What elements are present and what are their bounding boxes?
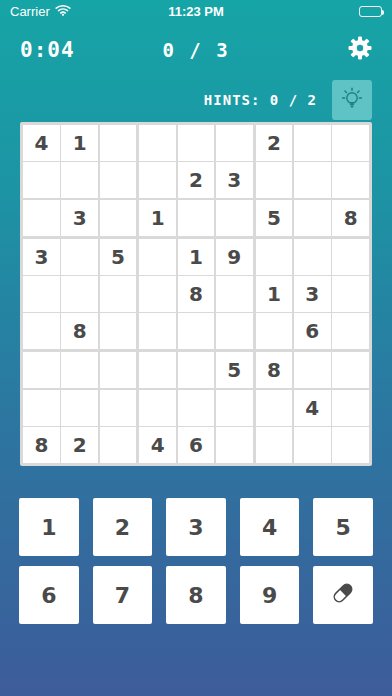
sudoku-cell-r9c4[interactable]: 4 — [139, 427, 176, 463]
sudoku-box-2: 231 — [139, 125, 252, 236]
sudoku-cell-r9c1[interactable]: 8 — [23, 427, 60, 463]
sudoku-cell-r3c5[interactable] — [178, 200, 215, 236]
sudoku-cell-r6c1[interactable] — [23, 313, 60, 349]
sudoku-cell-r2c2[interactable] — [61, 162, 98, 198]
sudoku-cell-r5c9[interactable] — [332, 276, 369, 312]
numpad-key-9[interactable]: 9 — [240, 566, 300, 624]
numpad-key-1[interactable]: 1 — [19, 498, 79, 556]
sudoku-cell-r4c7[interactable] — [256, 239, 293, 275]
sudoku-cell-r7c5[interactable] — [178, 352, 215, 388]
sudoku-cell-r4c5[interactable]: 1 — [178, 239, 215, 275]
eraser-icon — [330, 580, 356, 611]
sudoku-box-7: 82 — [23, 352, 136, 463]
sudoku-cell-r9c9[interactable] — [332, 427, 369, 463]
sudoku-cell-r8c2[interactable] — [61, 390, 98, 426]
sudoku-cell-r2c9[interactable] — [332, 162, 369, 198]
sudoku-cell-r6c7[interactable] — [256, 313, 293, 349]
sudoku-cell-r5c1[interactable] — [23, 276, 60, 312]
sudoku-cell-r8c7[interactable] — [256, 390, 293, 426]
sudoku-cell-r1c7[interactable]: 2 — [256, 125, 293, 161]
status-bar-left: Carrier — [10, 4, 130, 19]
carrier-label: Carrier — [10, 4, 50, 19]
sudoku-cell-r2c1[interactable] — [23, 162, 60, 198]
sudoku-cell-r8c1[interactable] — [23, 390, 60, 426]
sudoku-cell-r6c4[interactable] — [139, 313, 176, 349]
numpad: 1 2 3 4 5 6 7 8 9 — [19, 498, 373, 624]
sudoku-cell-r8c9[interactable] — [332, 390, 369, 426]
sudoku-cell-r4c9[interactable] — [332, 239, 369, 275]
numpad-key-6[interactable]: 6 — [19, 566, 79, 624]
sudoku-cell-r6c3[interactable] — [100, 313, 137, 349]
sudoku-cell-r7c6[interactable]: 5 — [216, 352, 253, 388]
mistakes-counter: 0 / 3 — [110, 39, 282, 61]
sudoku-cell-r5c3[interactable] — [100, 276, 137, 312]
battery-nub — [382, 10, 384, 15]
sudoku-box-1: 413 — [23, 125, 136, 236]
sudoku-cell-r1c3[interactable] — [100, 125, 137, 161]
sudoku-cell-r7c1[interactable] — [23, 352, 60, 388]
numpad-key-7[interactable]: 7 — [93, 566, 153, 624]
sudoku-cell-r3c8[interactable] — [294, 200, 331, 236]
sudoku-cell-r5c5[interactable]: 8 — [178, 276, 215, 312]
sudoku-board: 4132312583581981368254684 — [20, 122, 372, 466]
numpad-row-1: 1 2 3 4 5 — [19, 498, 373, 556]
sudoku-cell-r9c7[interactable] — [256, 427, 293, 463]
sudoku-cell-r6c6[interactable] — [216, 313, 253, 349]
sudoku-cell-r5c2[interactable] — [61, 276, 98, 312]
settings-gear-icon — [348, 36, 372, 64]
sudoku-cell-r4c2[interactable] — [61, 239, 98, 275]
settings-button[interactable] — [282, 36, 372, 64]
sudoku-cell-r6c2[interactable]: 8 — [61, 313, 98, 349]
sudoku-cell-r7c4[interactable] — [139, 352, 176, 388]
sudoku-cell-r4c1[interactable]: 3 — [23, 239, 60, 275]
sudoku-cell-r2c5[interactable]: 2 — [178, 162, 215, 198]
sudoku-cell-r9c5[interactable]: 6 — [178, 427, 215, 463]
sudoku-cell-r8c6[interactable] — [216, 390, 253, 426]
sudoku-cell-r1c2[interactable]: 1 — [61, 125, 98, 161]
sudoku-cell-r9c8[interactable] — [294, 427, 331, 463]
sudoku-cell-r8c8[interactable]: 4 — [294, 390, 331, 426]
numpad-key-8[interactable]: 8 — [166, 566, 226, 624]
sudoku-cell-r2c6[interactable]: 3 — [216, 162, 253, 198]
sudoku-cell-r2c3[interactable] — [100, 162, 137, 198]
sudoku-cell-r3c1[interactable] — [23, 200, 60, 236]
sudoku-cell-r3c4[interactable]: 1 — [139, 200, 176, 236]
sudoku-cell-r5c4[interactable] — [139, 276, 176, 312]
sudoku-cell-r6c5[interactable] — [178, 313, 215, 349]
sudoku-cell-r8c3[interactable] — [100, 390, 137, 426]
numpad-key-4[interactable]: 4 — [240, 498, 300, 556]
sudoku-box-8: 546 — [139, 352, 252, 463]
sudoku-box-9: 84 — [256, 352, 369, 463]
sudoku-cell-r4c8[interactable] — [294, 239, 331, 275]
hints-counter-label: HINTS: 0 / 2 — [204, 92, 317, 108]
numpad-key-3[interactable]: 3 — [166, 498, 226, 556]
sudoku-cell-r3c2[interactable]: 3 — [61, 200, 98, 236]
sudoku-cell-r7c7[interactable]: 8 — [256, 352, 293, 388]
sudoku-cell-r5c7[interactable]: 1 — [256, 276, 293, 312]
wifi-icon — [55, 4, 71, 19]
sudoku-cell-r7c2[interactable] — [61, 352, 98, 388]
sudoku-cell-r5c8[interactable]: 3 — [294, 276, 331, 312]
hint-lightbulb-icon — [338, 85, 366, 116]
sudoku-cell-r1c8[interactable] — [294, 125, 331, 161]
status-bar-clock: 11:23 PM — [130, 4, 262, 19]
status-bar: Carrier 11:23 PM — [0, 0, 392, 22]
sudoku-cell-r2c4[interactable] — [139, 162, 176, 198]
status-bar-right — [262, 6, 382, 17]
sudoku-cell-r1c4[interactable] — [139, 125, 176, 161]
game-header: 0:04 0 / 3 — [0, 36, 392, 64]
sudoku-box-3: 258 — [256, 125, 369, 236]
sudoku-cell-r2c8[interactable] — [294, 162, 331, 198]
sudoku-cell-r8c5[interactable] — [178, 390, 215, 426]
sudoku-box-5: 198 — [139, 239, 252, 350]
eraser-button[interactable] — [313, 566, 373, 624]
sudoku-box-6: 136 — [256, 239, 369, 350]
sudoku-cell-r9c2[interactable]: 2 — [61, 427, 98, 463]
sudoku-cell-r3c6[interactable] — [216, 200, 253, 236]
timer-display: 0:04 — [20, 38, 110, 62]
battery-icon — [359, 6, 382, 17]
sudoku-cell-r7c9[interactable] — [332, 352, 369, 388]
sudoku-cell-r4c6[interactable]: 9 — [216, 239, 253, 275]
sudoku-cell-r4c3[interactable]: 5 — [100, 239, 137, 275]
sudoku-cell-r3c3[interactable] — [100, 200, 137, 236]
sudoku-cell-r6c8[interactable]: 6 — [294, 313, 331, 349]
sudoku-cell-r1c5[interactable] — [178, 125, 215, 161]
sudoku-cell-r7c8[interactable] — [294, 352, 331, 388]
sudoku-cell-r3c7[interactable]: 5 — [256, 200, 293, 236]
sudoku-cell-r1c1[interactable]: 4 — [23, 125, 60, 161]
numpad-key-2[interactable]: 2 — [93, 498, 153, 556]
sudoku-cell-r1c6[interactable] — [216, 125, 253, 161]
sudoku-cell-r2c7[interactable] — [256, 162, 293, 198]
sudoku-app-screen: Carrier 11:23 PM 0:04 0 / 3 — [0, 0, 392, 696]
sudoku-cell-r1c9[interactable] — [332, 125, 369, 161]
sudoku-cell-r6c9[interactable] — [332, 313, 369, 349]
sudoku-cell-r8c4[interactable] — [139, 390, 176, 426]
hint-button[interactable] — [332, 80, 372, 120]
sudoku-cell-r7c3[interactable] — [100, 352, 137, 388]
sudoku-box-4: 358 — [23, 239, 136, 350]
numpad-row-2: 6 7 8 9 — [19, 566, 373, 624]
hints-row: HINTS: 0 / 2 — [20, 80, 372, 120]
sudoku-cell-r5c6[interactable] — [216, 276, 253, 312]
sudoku-cell-r9c6[interactable] — [216, 427, 253, 463]
numpad-key-5[interactable]: 5 — [313, 498, 373, 556]
sudoku-cell-r3c9[interactable]: 8 — [332, 200, 369, 236]
sudoku-cell-r4c4[interactable] — [139, 239, 176, 275]
sudoku-cell-r9c3[interactable] — [100, 427, 137, 463]
